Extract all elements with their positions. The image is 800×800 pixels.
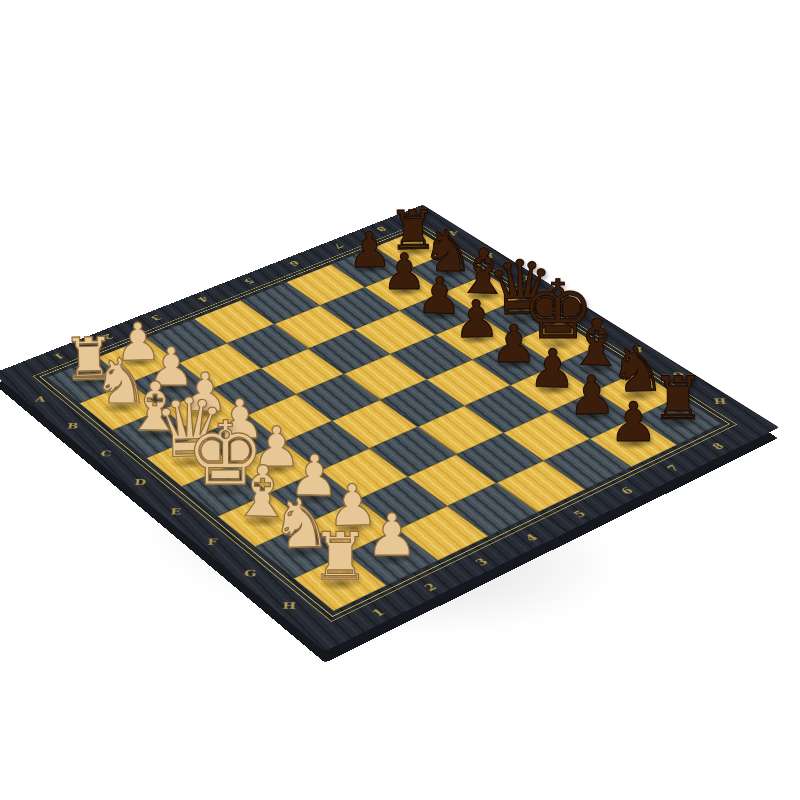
rank-label-left-8: 8 [369, 223, 393, 235]
rank-label-left-1: 1 [45, 349, 71, 363]
file-label-far-h: H [709, 396, 731, 406]
file-label-near-g: G [239, 568, 262, 580]
file-label-far-f: F [628, 345, 649, 354]
file-label-near-d: D [129, 477, 151, 488]
rank-label-right-8: 8 [705, 439, 733, 455]
rank-label-right-4: 4 [517, 529, 546, 546]
file-label-near-a: A [29, 394, 51, 404]
file-label-far-b: B [479, 251, 498, 259]
file-label-near-h: H [278, 600, 301, 613]
scene: AABBCCDDEEFFGGHH1122334455667788 ♜♞♝♛♚♝♞… [0, 0, 800, 800]
file-label-far-g: G [668, 370, 689, 380]
rank-label-right-6: 6 [613, 483, 641, 499]
file-label-far-d: D [551, 296, 571, 305]
file-label-near-e: E [165, 506, 188, 517]
file-label-near-f: F [201, 536, 224, 548]
file-label-far-c: C [515, 273, 534, 282]
rank-label-right-3: 3 [467, 554, 496, 572]
rank-label-left-6: 6 [281, 257, 306, 270]
rank-label-left-5: 5 [236, 274, 261, 287]
product-photo-canvas: AABBCCDDEEFFGGHH1122334455667788 ♜♞♝♛♚♝♞… [0, 0, 800, 800]
rank-label-left-2: 2 [95, 330, 121, 344]
rank-label-right-2: 2 [416, 578, 446, 596]
file-label-far-e: E [589, 320, 609, 329]
rank-label-right-7: 7 [660, 461, 688, 477]
file-label-near-b: B [62, 421, 84, 431]
file-label-far-a: A [444, 229, 462, 237]
rank-label-right-5: 5 [566, 506, 595, 523]
file-label-near-c: C [95, 449, 117, 460]
rank-label-left-7: 7 [326, 239, 350, 251]
rank-label-left-4: 4 [190, 292, 215, 305]
rank-label-left-3: 3 [143, 311, 168, 324]
